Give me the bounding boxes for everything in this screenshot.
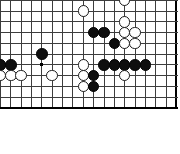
black-stone bbox=[98, 27, 110, 39]
grid-line-horizontal bbox=[0, 97, 178, 98]
white-stone bbox=[119, 0, 131, 6]
black-stone bbox=[140, 59, 152, 71]
grid-line-horizontal bbox=[0, 0, 178, 1]
white-stone bbox=[129, 27, 141, 39]
go-board-diagram bbox=[0, 0, 180, 115]
star-point bbox=[40, 63, 43, 66]
screenshot-root bbox=[0, 0, 180, 154]
white-stone bbox=[78, 5, 90, 17]
black-stone bbox=[5, 59, 17, 71]
black-stone bbox=[36, 48, 48, 60]
black-stone bbox=[88, 70, 100, 82]
grid-line-horizontal bbox=[0, 21, 178, 22]
board-edge-bottom bbox=[0, 107, 178, 109]
white-stone bbox=[119, 70, 131, 82]
grid-line-horizontal bbox=[0, 43, 178, 44]
white-stone bbox=[46, 70, 58, 82]
white-stone bbox=[15, 70, 27, 82]
black-stone bbox=[88, 81, 100, 93]
white-stone bbox=[119, 16, 131, 28]
grid-line-horizontal bbox=[0, 54, 178, 55]
white-stone bbox=[78, 59, 90, 71]
white-stone bbox=[129, 38, 141, 50]
